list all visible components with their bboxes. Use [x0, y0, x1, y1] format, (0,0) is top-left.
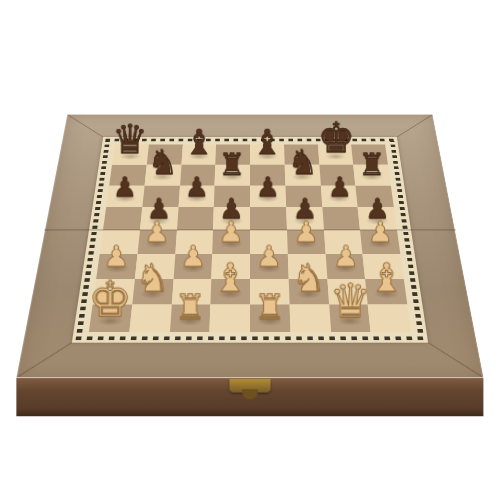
- scene: ♛♝♝♚♞♜♞♜♟♟♟♟♟♟♟♟♟♟♟♟♟♟♟♟♞♝♞♝♚♜♜♛: [0, 0, 500, 500]
- white-rook-c1[interactable]: ♜: [159, 291, 221, 324]
- white-pawn-d4[interactable]: ♟: [203, 220, 261, 247]
- white-king-a1[interactable]: ♚: [79, 277, 141, 324]
- chess-box: ♛♝♝♚♞♜♞♜♟♟♟♟♟♟♟♟♟♟♟♟♟♟♟♟♞♝♞♝♚♜♜♛: [16, 115, 483, 378]
- white-rook-e1[interactable]: ♜: [239, 291, 301, 324]
- square-a1[interactable]: ♚: [89, 305, 132, 332]
- brass-clasp-icon[interactable]: [229, 379, 270, 393]
- white-pawn-f4[interactable]: ♟: [277, 220, 335, 247]
- white-queen-g1[interactable]: ♛: [319, 279, 381, 323]
- white-pawn-h4[interactable]: ♟: [352, 220, 410, 247]
- product-photo: ♛♝♝♚♞♜♞♜♟♟♟♟♟♟♟♟♟♟♟♟♟♟♟♟♞♝♞♝♚♜♜♛: [0, 0, 500, 500]
- playing-field: ♛♝♝♚♞♜♞♜♟♟♟♟♟♟♟♟♟♟♟♟♟♟♟♟♞♝♞♝♚♜♜♛: [72, 137, 428, 343]
- square-c1[interactable]: ♜: [169, 305, 210, 332]
- board-grid: ♛♝♝♚♞♜♞♜♟♟♟♟♟♟♟♟♟♟♟♟♟♟♟♟♞♝♞♝♚♜♜♛: [89, 145, 411, 332]
- white-pawn-b4[interactable]: ♟: [128, 220, 186, 247]
- square-e1[interactable]: ♜: [250, 305, 290, 332]
- box-front-edge: [16, 378, 483, 417]
- square-g1[interactable]: ♛: [329, 305, 371, 332]
